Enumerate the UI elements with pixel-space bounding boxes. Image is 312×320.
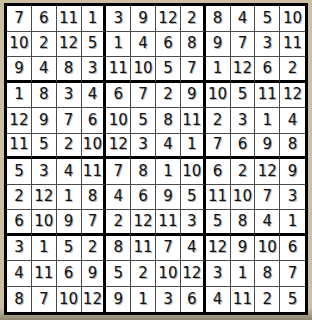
cell-r3c4[interactable]: 3 [82, 57, 107, 83]
cell-r5c5[interactable]: 10 [106, 108, 131, 134]
sudoku-board: 7611139122845101021251468973119483111057… [4, 3, 308, 315]
cell-r7c7[interactable]: 1 [156, 159, 181, 185]
cell-r5c4[interactable]: 6 [82, 108, 107, 134]
cell-r6c12[interactable]: 8 [280, 134, 305, 160]
cell-r7c9[interactable]: 6 [206, 159, 231, 185]
cell-r11c11[interactable]: 8 [255, 261, 280, 287]
cell-r10c9[interactable]: 12 [206, 236, 231, 262]
cell-r1c2[interactable]: 6 [32, 6, 57, 32]
cell-r11c5[interactable]: 5 [106, 261, 131, 287]
cell-r12c11[interactable]: 2 [255, 287, 280, 313]
cell-r2c10[interactable]: 7 [231, 32, 256, 58]
cell-r4c1[interactable]: 1 [7, 83, 32, 109]
cell-r9c6[interactable]: 12 [131, 210, 156, 236]
cell-r3c12[interactable]: 2 [280, 57, 305, 83]
cell-r2c3[interactable]: 12 [57, 32, 82, 58]
cell-r6c3[interactable]: 2 [57, 134, 82, 160]
cell-r11c3[interactable]: 6 [57, 261, 82, 287]
cell-r6c9[interactable]: 7 [206, 134, 231, 160]
cell-r8c4[interactable]: 8 [82, 185, 107, 211]
cell-r5c12[interactable]: 4 [280, 108, 305, 134]
cell-r7c3[interactable]: 4 [57, 159, 82, 185]
cell-r9c9[interactable]: 5 [206, 210, 231, 236]
cell-r2c4[interactable]: 5 [82, 32, 107, 58]
cell-r7c10[interactable]: 2 [231, 159, 256, 185]
cell-r12c7[interactable]: 3 [156, 287, 181, 313]
cell-r9c1[interactable]: 6 [7, 210, 32, 236]
cell-r11c8[interactable]: 12 [181, 261, 206, 287]
cell-r8c5[interactable]: 4 [106, 185, 131, 211]
cell-r10c10[interactable]: 9 [231, 236, 256, 262]
cell-r5c10[interactable]: 3 [231, 108, 256, 134]
cell-r4c4[interactable]: 4 [82, 83, 107, 109]
cell-r2c7[interactable]: 6 [156, 32, 181, 58]
cell-r4c5[interactable]: 6 [106, 83, 131, 109]
cell-r9c3[interactable]: 9 [57, 210, 82, 236]
cell-r4c8[interactable]: 9 [181, 83, 206, 109]
cell-r6c8[interactable]: 1 [181, 134, 206, 160]
cell-r3c7[interactable]: 5 [156, 57, 181, 83]
cell-r3c2[interactable]: 4 [32, 57, 57, 83]
cell-r12c8[interactable]: 6 [181, 287, 206, 313]
cell-r10c11[interactable]: 10 [255, 236, 280, 262]
cell-r1c11[interactable]: 5 [255, 6, 280, 32]
cell-r1c1[interactable]: 7 [7, 6, 32, 32]
cell-r12c1[interactable]: 8 [7, 287, 32, 313]
cell-r1c7[interactable]: 12 [156, 6, 181, 32]
cell-r5c1[interactable]: 12 [7, 108, 32, 134]
cell-r9c12[interactable]: 1 [280, 210, 305, 236]
cell-r11c12[interactable]: 7 [280, 261, 305, 287]
cell-r8c11[interactable]: 7 [255, 185, 280, 211]
cell-r11c1[interactable]: 4 [7, 261, 32, 287]
cell-r5c11[interactable]: 1 [255, 108, 280, 134]
cell-r6c10[interactable]: 6 [231, 134, 256, 160]
cell-r1c3[interactable]: 11 [57, 6, 82, 32]
cell-r4c12[interactable]: 12 [280, 83, 305, 109]
cell-r4c11[interactable]: 11 [255, 83, 280, 109]
cell-r1c8[interactable]: 2 [181, 6, 206, 32]
cell-r8c10[interactable]: 10 [231, 185, 256, 211]
cell-r9c5[interactable]: 2 [106, 210, 131, 236]
cell-r1c12[interactable]: 10 [280, 6, 305, 32]
cell-r9c10[interactable]: 8 [231, 210, 256, 236]
cell-r2c6[interactable]: 4 [131, 32, 156, 58]
cell-r8c8[interactable]: 5 [181, 185, 206, 211]
cell-r10c4[interactable]: 2 [82, 236, 107, 262]
cell-r11c6[interactable]: 2 [131, 261, 156, 287]
cell-r6c6[interactable]: 3 [131, 134, 156, 160]
cell-r5c7[interactable]: 8 [156, 108, 181, 134]
cell-r8c12[interactable]: 3 [280, 185, 305, 211]
cell-r7c12[interactable]: 9 [280, 159, 305, 185]
cell-r12c6[interactable]: 1 [131, 287, 156, 313]
cell-r3c1[interactable]: 9 [7, 57, 32, 83]
cell-r4c6[interactable]: 7 [131, 83, 156, 109]
cell-r7c2[interactable]: 3 [32, 159, 57, 185]
cell-r12c10[interactable]: 11 [231, 287, 256, 313]
cell-r10c7[interactable]: 7 [156, 236, 181, 262]
cell-r9c8[interactable]: 3 [181, 210, 206, 236]
cell-r10c6[interactable]: 11 [131, 236, 156, 262]
cell-r10c3[interactable]: 5 [57, 236, 82, 262]
cell-r2c9[interactable]: 9 [206, 32, 231, 58]
cell-r8c2[interactable]: 12 [32, 185, 57, 211]
cell-r2c1[interactable]: 10 [7, 32, 32, 58]
cell-r12c5[interactable]: 9 [106, 287, 131, 313]
cell-r7c5[interactable]: 7 [106, 159, 131, 185]
cell-r3c11[interactable]: 6 [255, 57, 280, 83]
cell-r8c3[interactable]: 1 [57, 185, 82, 211]
cell-r6c11[interactable]: 9 [255, 134, 280, 160]
cell-r6c4[interactable]: 10 [82, 134, 107, 160]
cell-r10c8[interactable]: 4 [181, 236, 206, 262]
cell-r12c12[interactable]: 5 [280, 287, 305, 313]
cell-r9c4[interactable]: 7 [82, 210, 107, 236]
cell-r1c6[interactable]: 9 [131, 6, 156, 32]
cell-r7c8[interactable]: 10 [181, 159, 206, 185]
cell-r5c6[interactable]: 5 [131, 108, 156, 134]
cell-r12c4[interactable]: 12 [82, 287, 107, 313]
cell-r7c11[interactable]: 12 [255, 159, 280, 185]
cell-r6c5[interactable]: 12 [106, 134, 131, 160]
cell-r10c2[interactable]: 1 [32, 236, 57, 262]
cell-r2c12[interactable]: 11 [280, 32, 305, 58]
cell-r11c10[interactable]: 1 [231, 261, 256, 287]
cell-r12c3[interactable]: 10 [57, 287, 82, 313]
cell-r3c10[interactable]: 12 [231, 57, 256, 83]
cell-r5c8[interactable]: 11 [181, 108, 206, 134]
cell-r11c2[interactable]: 11 [32, 261, 57, 287]
cell-r1c4[interactable]: 1 [82, 6, 107, 32]
cell-r5c9[interactable]: 2 [206, 108, 231, 134]
cell-r8c6[interactable]: 6 [131, 185, 156, 211]
cell-r4c9[interactable]: 10 [206, 83, 231, 109]
cell-r11c7[interactable]: 10 [156, 261, 181, 287]
cell-r2c5[interactable]: 1 [106, 32, 131, 58]
cell-r10c5[interactable]: 8 [106, 236, 131, 262]
cell-r2c8[interactable]: 8 [181, 32, 206, 58]
sudoku-page: 7611139122845101021251468973119483111057… [0, 0, 312, 320]
cell-r8c7[interactable]: 9 [156, 185, 181, 211]
cell-r4c7[interactable]: 2 [156, 83, 181, 109]
cell-r2c2[interactable]: 2 [32, 32, 57, 58]
cell-r2c11[interactable]: 3 [255, 32, 280, 58]
cell-r4c3[interactable]: 3 [57, 83, 82, 109]
cell-r5c3[interactable]: 7 [57, 108, 82, 134]
cell-r11c4[interactable]: 9 [82, 261, 107, 287]
cell-r1c10[interactable]: 4 [231, 6, 256, 32]
cell-r3c8[interactable]: 7 [181, 57, 206, 83]
cell-r6c7[interactable]: 4 [156, 134, 181, 160]
cell-r9c7[interactable]: 11 [156, 210, 181, 236]
cell-r6c1[interactable]: 11 [7, 134, 32, 160]
cell-r10c1[interactable]: 3 [7, 236, 32, 262]
cell-r3c5[interactable]: 11 [106, 57, 131, 83]
cell-r3c6[interactable]: 10 [131, 57, 156, 83]
cell-r1c5[interactable]: 3 [106, 6, 131, 32]
cell-r1c9[interactable]: 8 [206, 6, 231, 32]
cell-r11c9[interactable]: 3 [206, 261, 231, 287]
cell-r12c2[interactable]: 7 [32, 287, 57, 313]
cell-r3c3[interactable]: 8 [57, 57, 82, 83]
cell-r12c9[interactable]: 4 [206, 287, 231, 313]
cell-r8c1[interactable]: 2 [7, 185, 32, 211]
cell-r5c2[interactable]: 9 [32, 108, 57, 134]
cell-r9c11[interactable]: 4 [255, 210, 280, 236]
cell-r9c2[interactable]: 10 [32, 210, 57, 236]
cell-r4c2[interactable]: 8 [32, 83, 57, 109]
cell-r10c12[interactable]: 6 [280, 236, 305, 262]
cell-r3c9[interactable]: 1 [206, 57, 231, 83]
cell-r7c4[interactable]: 11 [82, 159, 107, 185]
cell-r7c1[interactable]: 5 [7, 159, 32, 185]
cell-r7c6[interactable]: 8 [131, 159, 156, 185]
cell-r4c10[interactable]: 5 [231, 83, 256, 109]
cell-r6c2[interactable]: 5 [32, 134, 57, 160]
cell-r8c9[interactable]: 11 [206, 185, 231, 211]
